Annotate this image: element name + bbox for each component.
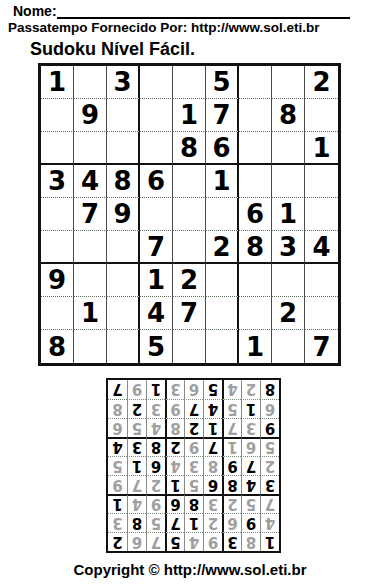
sol-cell-r8c5: 7 <box>184 399 203 418</box>
cell-r4c7 <box>239 165 272 198</box>
cell-r3c1 <box>41 132 74 165</box>
cell-r9c1: 8 <box>41 330 74 363</box>
sol-cell-r5c5: 3 <box>184 456 203 475</box>
sol-cell-r2c4: 2 <box>203 513 222 532</box>
sol-cell-r2c2: 9 <box>241 513 260 532</box>
sol-cell-r8c1: 6 <box>260 399 279 418</box>
cell-r8c3 <box>107 297 140 330</box>
cell-r3c7 <box>239 132 272 165</box>
sol-cell-r6c3: 1 <box>222 437 241 456</box>
cell-r8c1 <box>41 297 74 330</box>
cell-r1c8 <box>272 66 305 99</box>
cell-r6c4: 7 <box>140 231 173 264</box>
sol-cell-r1c7: 7 <box>146 532 165 551</box>
copyright-text: Copyright © http://www.sol.eti.br <box>0 561 380 578</box>
cell-r6c5 <box>173 231 206 264</box>
cell-r7c3 <box>107 264 140 297</box>
cell-r7c9 <box>305 264 338 297</box>
cell-r9c2 <box>74 330 107 363</box>
sol-cell-r3c1: 7 <box>260 494 279 513</box>
sol-cell-r5c4: 8 <box>203 456 222 475</box>
cell-r6c7: 8 <box>239 231 272 264</box>
provider-line: Passatempo Fornecido Por: http://www.sol… <box>8 20 320 35</box>
cell-r4c8 <box>272 165 305 198</box>
sol-cell-r9c6: 3 <box>165 380 184 399</box>
sol-cell-r1c2: 8 <box>241 532 260 551</box>
sol-cell-r7c7: 4 <box>146 418 165 437</box>
sol-cell-r1c8: 6 <box>127 532 146 551</box>
cell-r3c2 <box>74 132 107 165</box>
sudoku-solution-grid: 1839457624962175837523869413486512792798… <box>106 378 281 553</box>
sol-cell-r7c8: 5 <box>127 418 146 437</box>
sol-cell-r8c7: 3 <box>146 399 165 418</box>
sol-cell-r8c4: 4 <box>203 399 222 418</box>
sol-cell-r1c4: 9 <box>203 532 222 551</box>
sol-cell-r2c1: 4 <box>260 513 279 532</box>
cell-r2c1 <box>41 99 74 132</box>
sol-cell-r3c2: 5 <box>241 494 260 513</box>
cell-r4c9 <box>305 165 338 198</box>
sol-cell-r9c4: 5 <box>203 380 222 399</box>
cell-r9c9: 7 <box>305 330 338 363</box>
cell-r7c6 <box>206 264 239 297</box>
name-label: Nome: <box>13 3 57 19</box>
sol-cell-r3c4: 3 <box>203 494 222 513</box>
cell-r8c5: 7 <box>173 297 206 330</box>
sol-cell-r2c8: 8 <box>127 513 146 532</box>
cell-r3c4 <box>140 132 173 165</box>
cell-r7c8 <box>272 264 305 297</box>
page-title: Sudoku Nível Fácil. <box>30 39 195 60</box>
sol-cell-r4c1: 3 <box>260 475 279 494</box>
cell-r2c5: 1 <box>173 99 206 132</box>
sol-cell-r7c3: 7 <box>222 418 241 437</box>
name-field-row: Nome: <box>13 3 350 19</box>
cell-r3c9: 1 <box>305 132 338 165</box>
cell-r3c6: 6 <box>206 132 239 165</box>
cell-r5c5 <box>173 198 206 231</box>
cell-r2c2: 9 <box>74 99 107 132</box>
sol-cell-r4c8: 7 <box>127 475 146 494</box>
cell-r5c8: 1 <box>272 198 305 231</box>
cell-r8c4: 4 <box>140 297 173 330</box>
sol-cell-r4c3: 8 <box>222 475 241 494</box>
sol-cell-r6c4: 7 <box>203 437 222 456</box>
cell-r3c3 <box>107 132 140 165</box>
cell-r2c4 <box>140 99 173 132</box>
cell-r9c4: 5 <box>140 330 173 363</box>
cell-r7c2 <box>74 264 107 297</box>
sol-cell-r4c4: 6 <box>203 475 222 494</box>
cell-r1c4 <box>140 66 173 99</box>
sol-cell-r2c7: 5 <box>146 513 165 532</box>
sol-cell-r9c7: 1 <box>146 380 165 399</box>
sol-cell-r4c7: 2 <box>146 475 165 494</box>
cell-r9c5 <box>173 330 206 363</box>
cell-r2c7 <box>239 99 272 132</box>
sol-cell-r7c2: 3 <box>241 418 260 437</box>
cell-r1c7 <box>239 66 272 99</box>
sol-cell-r3c6: 6 <box>165 494 184 513</box>
sol-cell-r1c9: 2 <box>108 532 127 551</box>
sol-cell-r8c2: 1 <box>241 399 260 418</box>
sol-cell-r9c1: 8 <box>260 380 279 399</box>
cell-r8c9 <box>305 297 338 330</box>
sol-cell-r8c9: 8 <box>108 399 127 418</box>
sol-cell-r6c2: 6 <box>241 437 260 456</box>
sol-cell-r5c7: 6 <box>146 456 165 475</box>
sol-cell-r5c2: 7 <box>241 456 260 475</box>
sol-cell-r6c6: 2 <box>165 437 184 456</box>
cell-r1c5 <box>173 66 206 99</box>
sol-cell-r7c9: 6 <box>108 418 127 437</box>
sol-cell-r9c5: 6 <box>184 380 203 399</box>
sol-cell-r6c9: 4 <box>108 437 127 456</box>
cell-r7c7 <box>239 264 272 297</box>
sol-cell-r9c9: 7 <box>108 380 127 399</box>
sol-cell-r4c6: 1 <box>165 475 184 494</box>
sol-cell-r3c5: 8 <box>184 494 203 513</box>
sol-cell-r3c9: 1 <box>108 494 127 513</box>
cell-r2c9 <box>305 99 338 132</box>
sol-cell-r2c3: 6 <box>222 513 241 532</box>
sol-cell-r7c5: 2 <box>184 418 203 437</box>
cell-r1c2 <box>74 66 107 99</box>
cell-r6c2 <box>74 231 107 264</box>
cell-r9c7: 1 <box>239 330 272 363</box>
cell-r1c1: 1 <box>41 66 74 99</box>
cell-r8c6 <box>206 297 239 330</box>
cell-r5c4 <box>140 198 173 231</box>
sol-cell-r7c4: 1 <box>203 418 222 437</box>
sol-cell-r6c1: 5 <box>260 437 279 456</box>
cell-r9c8 <box>272 330 305 363</box>
cell-r6c6: 2 <box>206 231 239 264</box>
cell-r2c6: 7 <box>206 99 239 132</box>
cell-r2c8: 8 <box>272 99 305 132</box>
cell-r3c5: 8 <box>173 132 206 165</box>
sol-cell-r2c5: 1 <box>184 513 203 532</box>
cell-r1c3: 3 <box>107 66 140 99</box>
sol-cell-r6c8: 3 <box>127 437 146 456</box>
cell-r5c3: 9 <box>107 198 140 231</box>
sol-cell-r5c3: 9 <box>222 456 241 475</box>
sol-cell-r5c8: 1 <box>127 456 146 475</box>
sol-cell-r4c5: 5 <box>184 475 203 494</box>
sol-cell-r6c7: 8 <box>146 437 165 456</box>
cell-r5c9 <box>305 198 338 231</box>
cell-r6c3 <box>107 231 140 264</box>
cell-r4c3: 8 <box>107 165 140 198</box>
sol-cell-r4c2: 4 <box>241 475 260 494</box>
sol-cell-r8c3: 5 <box>222 399 241 418</box>
sol-cell-r3c3: 2 <box>222 494 241 513</box>
cell-r4c5 <box>173 165 206 198</box>
sol-cell-r9c2: 2 <box>241 380 260 399</box>
cell-r7c5: 2 <box>173 264 206 297</box>
sol-cell-r3c8: 4 <box>127 494 146 513</box>
sol-cell-r8c6: 9 <box>165 399 184 418</box>
sol-cell-r6c5: 9 <box>184 437 203 456</box>
sol-cell-r5c9: 5 <box>108 456 127 475</box>
cell-r1c9: 2 <box>305 66 338 99</box>
cell-r7c1: 9 <box>41 264 74 297</box>
sol-cell-r9c8: 9 <box>127 380 146 399</box>
sol-cell-r4c9: 9 <box>108 475 127 494</box>
cell-r4c4: 6 <box>140 165 173 198</box>
cell-r8c8: 2 <box>272 297 305 330</box>
sol-cell-r9c3: 4 <box>222 380 241 399</box>
cell-r8c2: 1 <box>74 297 107 330</box>
cell-r4c2: 4 <box>74 165 107 198</box>
cell-r9c6 <box>206 330 239 363</box>
cell-r6c1 <box>41 231 74 264</box>
cell-r9c3 <box>107 330 140 363</box>
cell-r6c9: 4 <box>305 231 338 264</box>
cell-r7c4: 1 <box>140 264 173 297</box>
cell-r4c1: 3 <box>41 165 74 198</box>
sol-cell-r7c1: 9 <box>260 418 279 437</box>
sol-cell-r1c1: 1 <box>260 532 279 551</box>
sol-cell-r1c5: 4 <box>184 532 203 551</box>
sol-cell-r5c6: 4 <box>165 456 184 475</box>
cell-r5c2: 7 <box>74 198 107 231</box>
sudoku-puzzle-grid: 135291788613486179617283491214728517 <box>38 63 341 366</box>
sol-cell-r2c6: 7 <box>165 513 184 532</box>
sol-cell-r3c7: 9 <box>146 494 165 513</box>
cell-r5c1 <box>41 198 74 231</box>
cell-r5c6 <box>206 198 239 231</box>
sol-cell-r1c3: 3 <box>222 532 241 551</box>
sol-cell-r2c9: 3 <box>108 513 127 532</box>
sol-cell-r8c8: 2 <box>127 399 146 418</box>
name-blank-line <box>57 3 350 19</box>
sol-cell-r5c1: 2 <box>260 456 279 475</box>
cell-r5c7: 6 <box>239 198 272 231</box>
cell-r6c8: 3 <box>272 231 305 264</box>
sol-cell-r7c6: 8 <box>165 418 184 437</box>
sol-cell-r1c6: 5 <box>165 532 184 551</box>
cell-r1c6: 5 <box>206 66 239 99</box>
cell-r2c3 <box>107 99 140 132</box>
cell-r8c7 <box>239 297 272 330</box>
solution-grid-rotated-wrapper: 1839457624962175837523869413486512792798… <box>106 378 281 553</box>
cell-r3c8 <box>272 132 305 165</box>
cell-r4c6: 1 <box>206 165 239 198</box>
